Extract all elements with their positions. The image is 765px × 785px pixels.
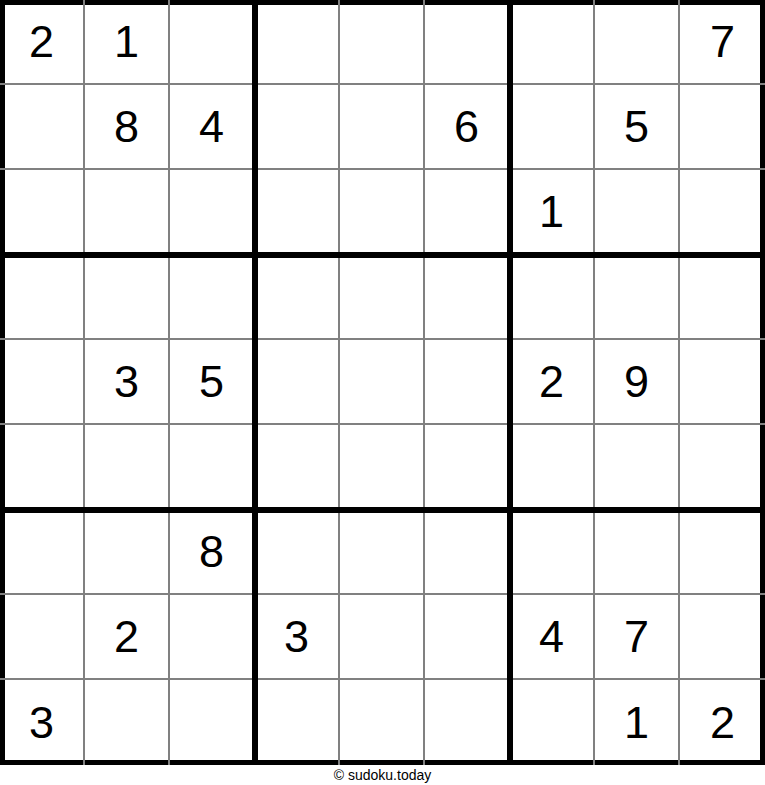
cell-r6c3[interactable] <box>170 425 255 510</box>
cell-r5c5[interactable] <box>340 340 425 425</box>
cell-r2c4[interactable] <box>255 85 340 170</box>
cell-r2c8: 5 <box>595 85 680 170</box>
cell-r9c7[interactable] <box>510 680 595 765</box>
cell-r5c8: 9 <box>595 340 680 425</box>
cell-r7c5[interactable] <box>340 510 425 595</box>
cell-r8c7: 4 <box>510 595 595 680</box>
cell-r3c7: 1 <box>510 170 595 255</box>
sudoku-cell-grid: 21784651352982347312 <box>0 0 765 765</box>
cell-r2c5[interactable] <box>340 85 425 170</box>
cell-r1c7[interactable] <box>510 0 595 85</box>
cell-r4c8[interactable] <box>595 255 680 340</box>
cell-r9c1: 3 <box>0 680 85 765</box>
cell-r1c1: 2 <box>0 0 85 85</box>
cell-r6c6[interactable] <box>425 425 510 510</box>
cell-r9c6[interactable] <box>425 680 510 765</box>
cell-r7c3: 8 <box>170 510 255 595</box>
sudoku-page: 21784651352982347312 © sudoku.today <box>0 0 765 785</box>
cell-r8c2: 2 <box>85 595 170 680</box>
cell-r1c4[interactable] <box>255 0 340 85</box>
cell-r7c9[interactable] <box>680 510 765 595</box>
cell-r6c1[interactable] <box>0 425 85 510</box>
credit-text: © sudoku.today <box>334 767 432 783</box>
cell-r9c3[interactable] <box>170 680 255 765</box>
cell-r5c7: 2 <box>510 340 595 425</box>
cell-r9c9: 2 <box>680 680 765 765</box>
cell-r3c2[interactable] <box>85 170 170 255</box>
cell-r5c9[interactable] <box>680 340 765 425</box>
cell-r8c8: 7 <box>595 595 680 680</box>
cell-r4c2[interactable] <box>85 255 170 340</box>
cell-r4c6[interactable] <box>425 255 510 340</box>
cell-r5c3: 5 <box>170 340 255 425</box>
cell-r5c2: 3 <box>85 340 170 425</box>
cell-r1c6[interactable] <box>425 0 510 85</box>
cell-r1c5[interactable] <box>340 0 425 85</box>
cell-r3c1[interactable] <box>0 170 85 255</box>
cell-r9c4[interactable] <box>255 680 340 765</box>
cell-r7c8[interactable] <box>595 510 680 595</box>
cell-r1c3[interactable] <box>170 0 255 85</box>
cell-r7c7[interactable] <box>510 510 595 595</box>
cell-r2c2: 8 <box>85 85 170 170</box>
cell-r3c5[interactable] <box>340 170 425 255</box>
cell-r2c6: 6 <box>425 85 510 170</box>
cell-r7c2[interactable] <box>85 510 170 595</box>
cell-r4c7[interactable] <box>510 255 595 340</box>
cell-r3c3[interactable] <box>170 170 255 255</box>
cell-r8c9[interactable] <box>680 595 765 680</box>
cell-r1c9: 7 <box>680 0 765 85</box>
cell-r5c6[interactable] <box>425 340 510 425</box>
cell-r8c1[interactable] <box>0 595 85 680</box>
cell-r8c4: 3 <box>255 595 340 680</box>
cell-r1c2: 1 <box>85 0 170 85</box>
cell-r8c6[interactable] <box>425 595 510 680</box>
cell-r6c8[interactable] <box>595 425 680 510</box>
cell-r4c3[interactable] <box>170 255 255 340</box>
cell-r7c1[interactable] <box>0 510 85 595</box>
cell-r2c7[interactable] <box>510 85 595 170</box>
cell-r4c4[interactable] <box>255 255 340 340</box>
credit-line: © sudoku.today <box>0 765 765 785</box>
cell-r4c1[interactable] <box>0 255 85 340</box>
cell-r9c5[interactable] <box>340 680 425 765</box>
cell-r5c4[interactable] <box>255 340 340 425</box>
cell-r8c5[interactable] <box>340 595 425 680</box>
cell-r1c8[interactable] <box>595 0 680 85</box>
cell-r9c2[interactable] <box>85 680 170 765</box>
cell-r5c1[interactable] <box>0 340 85 425</box>
cell-r6c4[interactable] <box>255 425 340 510</box>
cell-r9c8: 1 <box>595 680 680 765</box>
cell-r4c5[interactable] <box>340 255 425 340</box>
cell-r4c9[interactable] <box>680 255 765 340</box>
cell-r3c4[interactable] <box>255 170 340 255</box>
cell-r6c9[interactable] <box>680 425 765 510</box>
sudoku-board: 21784651352982347312 <box>0 0 765 765</box>
cell-r2c9[interactable] <box>680 85 765 170</box>
cell-r6c2[interactable] <box>85 425 170 510</box>
cell-r3c9[interactable] <box>680 170 765 255</box>
cell-r7c4[interactable] <box>255 510 340 595</box>
cell-r3c8[interactable] <box>595 170 680 255</box>
cell-r2c1[interactable] <box>0 85 85 170</box>
cell-r8c3[interactable] <box>170 595 255 680</box>
cell-r6c5[interactable] <box>340 425 425 510</box>
cell-r3c6[interactable] <box>425 170 510 255</box>
cell-r7c6[interactable] <box>425 510 510 595</box>
cell-r2c3: 4 <box>170 85 255 170</box>
cell-r6c7[interactable] <box>510 425 595 510</box>
